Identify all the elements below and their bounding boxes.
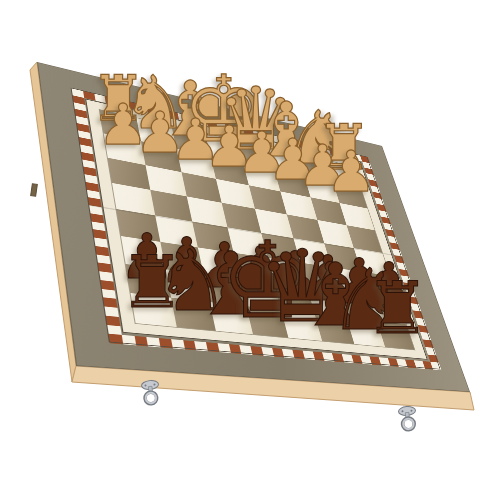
product-photo-stage: ♜♞♝♚♛♝♞♜♟♟♟♟♟♟♟♟♟♟♟♟♟♟♟♟♜♞♝♚♛♝♞♜ xyxy=(0,0,500,500)
latch-icon xyxy=(141,380,160,405)
clasps-layer xyxy=(0,0,500,500)
latch-icon xyxy=(398,406,417,430)
